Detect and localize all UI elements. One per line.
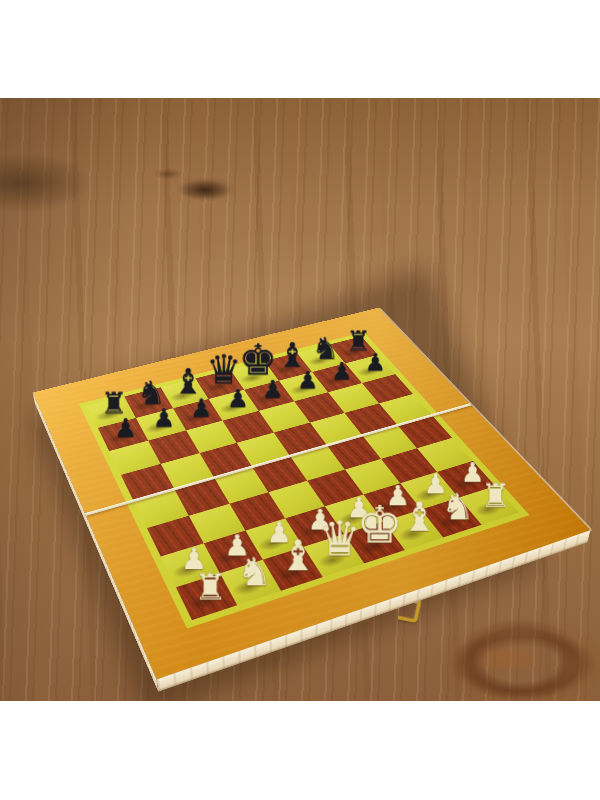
piece-white-king-e1: ♚ <box>357 498 404 550</box>
page-bottom-margin <box>0 701 600 800</box>
clasp-loop-icon <box>393 594 422 623</box>
piece-white-bishop-c1: ♝ <box>279 535 317 577</box>
page-top-margin <box>0 0 600 98</box>
piece-white-knight-b1: ♞ <box>237 552 272 591</box>
photo-area: ♜♞♝♛♚♝♞♜♟♟♟♟♟♟♟♟♟♟♟♟♟♟♟♟♜♞♝♛♚♝♞♜ <box>0 98 600 701</box>
chess-board: ♜♞♝♛♚♝♞♜♟♟♟♟♟♟♟♟♟♟♟♟♟♟♟♟♜♞♝♛♚♝♞♜ <box>33 308 591 680</box>
piece-white-bishop-f1: ♝ <box>401 497 437 537</box>
wood-knot <box>175 176 237 202</box>
piece-white-knight-g1: ♞ <box>441 488 474 525</box>
piece-white-queen-d1: ♛ <box>318 515 361 563</box>
board-scene: ♜♞♝♛♚♝♞♜♟♟♟♟♟♟♟♟♟♟♟♟♟♟♟♟♜♞♝♛♚♝♞♜ <box>80 246 500 666</box>
piece-white-rook-h1: ♜ <box>481 480 511 513</box>
piece-white-rook-a1: ♜ <box>195 569 228 605</box>
